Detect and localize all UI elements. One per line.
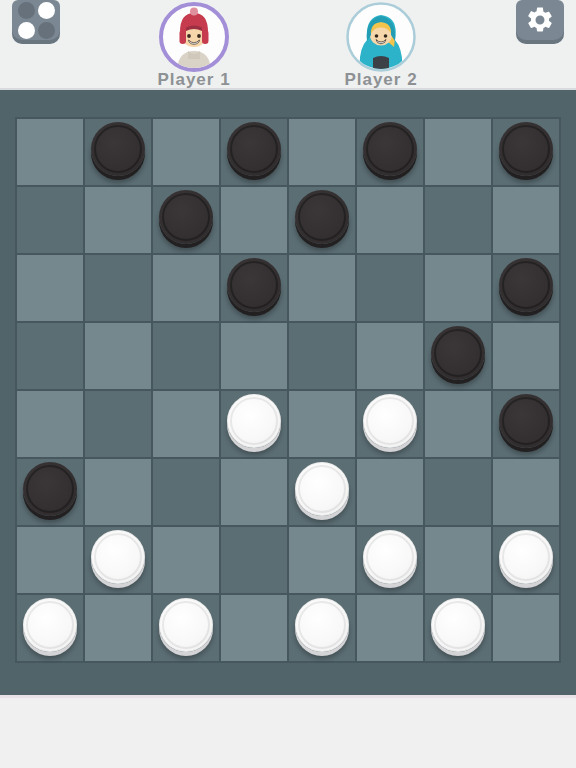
bottom-panel xyxy=(0,695,576,768)
board-square xyxy=(153,391,219,457)
gear-icon xyxy=(525,5,555,39)
white-piece[interactable] xyxy=(91,530,145,584)
white-piece[interactable] xyxy=(363,394,417,448)
black-piece[interactable] xyxy=(23,462,77,516)
board-square xyxy=(17,391,83,457)
board-square xyxy=(153,119,219,185)
board-square[interactable] xyxy=(493,255,559,321)
board-square[interactable] xyxy=(153,459,219,525)
player-2-name: Player 2 xyxy=(301,70,461,90)
board-square xyxy=(357,187,423,253)
board-square[interactable] xyxy=(17,595,83,661)
board-square xyxy=(85,323,151,389)
board-square xyxy=(221,459,287,525)
app: Player 1 xyxy=(0,0,576,768)
board-square[interactable] xyxy=(493,391,559,457)
board-square[interactable] xyxy=(17,459,83,525)
board-square xyxy=(221,323,287,389)
board-square xyxy=(85,187,151,253)
header: Player 1 xyxy=(0,0,576,90)
board-square xyxy=(17,527,83,593)
black-piece[interactable] xyxy=(227,258,281,312)
board-square[interactable] xyxy=(153,323,219,389)
black-piece[interactable] xyxy=(431,326,485,380)
board-square[interactable] xyxy=(425,459,491,525)
black-piece[interactable] xyxy=(227,122,281,176)
board-square[interactable] xyxy=(289,187,355,253)
checkers-dots-icon xyxy=(18,2,55,39)
white-piece[interactable] xyxy=(499,530,553,584)
white-piece[interactable] xyxy=(227,394,281,448)
board-square xyxy=(357,595,423,661)
board-square xyxy=(85,459,151,525)
board-square xyxy=(85,595,151,661)
black-piece[interactable] xyxy=(499,394,553,448)
board-square[interactable] xyxy=(85,119,151,185)
settings-button[interactable] xyxy=(516,0,564,44)
board-square xyxy=(17,255,83,321)
black-piece[interactable] xyxy=(295,190,349,244)
board-square[interactable] xyxy=(357,391,423,457)
board-square[interactable] xyxy=(153,187,219,253)
board-square[interactable] xyxy=(85,391,151,457)
white-piece[interactable] xyxy=(159,598,213,652)
board-square xyxy=(357,323,423,389)
board-square[interactable] xyxy=(425,187,491,253)
board-square xyxy=(493,187,559,253)
board-square[interactable] xyxy=(85,255,151,321)
board-square[interactable] xyxy=(221,527,287,593)
player-2-avatar xyxy=(345,1,417,73)
board-square xyxy=(425,119,491,185)
board-square xyxy=(289,119,355,185)
white-piece[interactable] xyxy=(363,530,417,584)
board-square[interactable] xyxy=(357,119,423,185)
board-square[interactable] xyxy=(425,595,491,661)
board-square xyxy=(493,459,559,525)
board-square xyxy=(425,255,491,321)
black-piece[interactable] xyxy=(91,122,145,176)
board-square xyxy=(289,391,355,457)
white-piece[interactable] xyxy=(431,598,485,652)
board-square[interactable] xyxy=(289,459,355,525)
board-square[interactable] xyxy=(17,187,83,253)
board-square xyxy=(221,187,287,253)
white-piece[interactable] xyxy=(295,598,349,652)
board-square xyxy=(153,255,219,321)
board-square xyxy=(153,527,219,593)
menu-button[interactable] xyxy=(12,0,60,44)
board-square[interactable] xyxy=(357,255,423,321)
board-square[interactable] xyxy=(493,119,559,185)
board-square[interactable] xyxy=(221,119,287,185)
board-square[interactable] xyxy=(289,595,355,661)
white-piece[interactable] xyxy=(23,598,77,652)
board-square[interactable] xyxy=(153,595,219,661)
board-square[interactable] xyxy=(17,323,83,389)
board-square xyxy=(493,323,559,389)
board-square xyxy=(289,527,355,593)
black-piece[interactable] xyxy=(499,122,553,176)
board-square xyxy=(17,119,83,185)
board-square xyxy=(289,255,355,321)
black-piece[interactable] xyxy=(499,258,553,312)
board-square[interactable] xyxy=(85,527,151,593)
player-1-name: Player 1 xyxy=(114,70,274,90)
board-square[interactable] xyxy=(289,323,355,389)
board-square xyxy=(425,527,491,593)
board-square[interactable] xyxy=(357,527,423,593)
board-square xyxy=(493,595,559,661)
board xyxy=(15,117,561,663)
black-piece[interactable] xyxy=(159,190,213,244)
board-square[interactable] xyxy=(493,527,559,593)
board-square xyxy=(221,595,287,661)
board-square xyxy=(425,391,491,457)
player-1-avatar xyxy=(158,1,230,73)
player-2: Player 2 xyxy=(301,0,461,90)
board-square[interactable] xyxy=(425,323,491,389)
board-square[interactable] xyxy=(221,255,287,321)
player-1: Player 1 xyxy=(114,0,274,90)
board-square xyxy=(357,459,423,525)
board-area xyxy=(0,92,576,695)
black-piece[interactable] xyxy=(363,122,417,176)
board-square[interactable] xyxy=(221,391,287,457)
white-piece[interactable] xyxy=(295,462,349,516)
